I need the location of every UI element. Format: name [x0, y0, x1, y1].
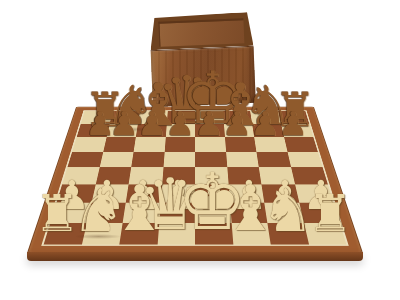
- square-h3: [295, 184, 334, 202]
- square-f5: [226, 152, 259, 168]
- square-f2: [230, 203, 268, 223]
- box-front-face: [151, 46, 256, 107]
- square-e1: [195, 223, 233, 245]
- square-f6: [225, 137, 257, 152]
- square-a1: [44, 223, 87, 245]
- square-h6: [284, 137, 318, 152]
- chess-set-photo: ♜♞♝♛♚♝♞♜♟♟♟♟♟♟♟♟♟♟♟♟♟♟♟♟♜♞♝♛♚♝♞♜: [0, 0, 400, 300]
- square-g6: [254, 137, 287, 152]
- chess-board-frame: [27, 107, 363, 253]
- square-d1: [157, 223, 195, 245]
- square-e3: [195, 184, 230, 202]
- square-b5: [99, 152, 133, 168]
- board-front-edge: [27, 252, 363, 261]
- square-a8: [81, 111, 112, 124]
- square-d6: [164, 137, 195, 152]
- square-c5: [131, 152, 164, 168]
- square-b4: [95, 167, 131, 184]
- square-b6: [103, 137, 136, 152]
- square-h7: [281, 124, 314, 137]
- square-h4: [291, 167, 328, 184]
- square-c6: [134, 137, 166, 152]
- square-e2: [195, 203, 231, 223]
- square-e5: [195, 152, 227, 168]
- square-c7: [136, 124, 167, 137]
- square-h8: [278, 111, 309, 124]
- square-c2: [123, 203, 161, 223]
- square-b7: [106, 124, 138, 137]
- square-e7: [195, 124, 225, 137]
- square-d4: [162, 167, 195, 184]
- square-a2: [50, 203, 91, 223]
- square-a6: [72, 137, 106, 152]
- box-lid-panel: [158, 18, 244, 47]
- square-f3: [228, 184, 264, 202]
- square-f4: [227, 167, 262, 184]
- wooden-storage-box: [149, 12, 256, 106]
- square-c8: [138, 111, 168, 124]
- square-b2: [87, 203, 126, 223]
- square-c4: [129, 167, 164, 184]
- square-a4: [62, 167, 99, 184]
- box-lid: [149, 12, 253, 50]
- square-c1: [119, 223, 159, 245]
- square-g7: [252, 124, 284, 137]
- square-g2: [264, 203, 303, 223]
- square-d8: [166, 111, 195, 124]
- square-f7: [224, 124, 255, 137]
- square-d5: [163, 152, 195, 168]
- square-d3: [160, 184, 195, 202]
- square-a7: [77, 124, 110, 137]
- square-d2: [159, 203, 195, 223]
- square-g4: [259, 167, 295, 184]
- square-e6: [195, 137, 226, 152]
- square-a5: [67, 152, 103, 168]
- square-h5: [287, 152, 323, 168]
- square-b1: [81, 223, 122, 245]
- square-e4: [195, 167, 228, 184]
- square-c3: [126, 184, 162, 202]
- square-g3: [261, 184, 298, 202]
- square-g1: [267, 223, 308, 245]
- square-h2: [299, 203, 340, 223]
- square-b8: [109, 111, 139, 124]
- square-f1: [231, 223, 271, 245]
- square-e8: [195, 111, 224, 124]
- square-g8: [250, 111, 280, 124]
- square-f8: [223, 111, 253, 124]
- square-d7: [165, 124, 195, 137]
- square-h1: [303, 223, 346, 245]
- square-g5: [256, 152, 290, 168]
- chess-board: [41, 110, 348, 245]
- square-b3: [91, 184, 128, 202]
- square-a3: [57, 184, 96, 202]
